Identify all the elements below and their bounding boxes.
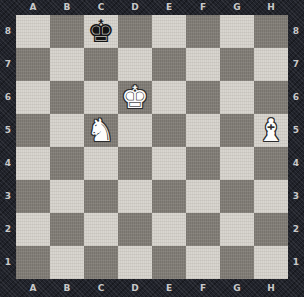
file-label-bottom-e: E bbox=[152, 279, 186, 297]
square-a5[interactable] bbox=[16, 114, 50, 147]
square-f2[interactable] bbox=[186, 213, 220, 246]
square-d7[interactable] bbox=[118, 48, 152, 81]
square-h7[interactable] bbox=[254, 48, 288, 81]
square-c8[interactable]: ♚ bbox=[84, 15, 118, 48]
square-c4[interactable] bbox=[84, 147, 118, 180]
square-h8[interactable] bbox=[254, 15, 288, 48]
square-d1[interactable] bbox=[118, 246, 152, 279]
chess-diagram: ♚♚♞♝ AABBCCDDEEFFGGHH8877665544332211 bbox=[0, 0, 304, 297]
square-f7[interactable] bbox=[186, 48, 220, 81]
square-b1[interactable] bbox=[50, 246, 84, 279]
square-c3[interactable] bbox=[84, 180, 118, 213]
square-g3[interactable] bbox=[220, 180, 254, 213]
rank-label-left-6: 6 bbox=[0, 81, 16, 114]
square-g4[interactable] bbox=[220, 147, 254, 180]
square-c7[interactable] bbox=[84, 48, 118, 81]
square-c6[interactable] bbox=[84, 81, 118, 114]
chess-board: ♚♚♞♝ bbox=[16, 15, 288, 279]
rank-label-right-5: 5 bbox=[288, 114, 304, 147]
square-d3[interactable] bbox=[118, 180, 152, 213]
file-label-bottom-g: G bbox=[220, 279, 254, 297]
black-king[interactable]: ♚ bbox=[84, 15, 118, 48]
square-e2[interactable] bbox=[152, 213, 186, 246]
square-g6[interactable] bbox=[220, 81, 254, 114]
square-f6[interactable] bbox=[186, 81, 220, 114]
square-e1[interactable] bbox=[152, 246, 186, 279]
rank-label-left-5: 5 bbox=[0, 114, 16, 147]
rank-label-left-4: 4 bbox=[0, 147, 16, 180]
file-label-bottom-c: C bbox=[84, 279, 118, 297]
square-c2[interactable] bbox=[84, 213, 118, 246]
rank-label-right-4: 4 bbox=[288, 147, 304, 180]
square-g7[interactable] bbox=[220, 48, 254, 81]
file-label-top-e: E bbox=[152, 0, 186, 15]
square-h3[interactable] bbox=[254, 180, 288, 213]
square-a7[interactable] bbox=[16, 48, 50, 81]
square-b3[interactable] bbox=[50, 180, 84, 213]
square-c5[interactable]: ♞ bbox=[84, 114, 118, 147]
file-label-top-c: C bbox=[84, 0, 118, 15]
rank-label-left-7: 7 bbox=[0, 48, 16, 81]
rank-label-left-2: 2 bbox=[0, 213, 16, 246]
square-e3[interactable] bbox=[152, 180, 186, 213]
white-knight[interactable]: ♞ bbox=[84, 114, 118, 147]
file-label-top-h: H bbox=[254, 0, 288, 15]
square-e6[interactable] bbox=[152, 81, 186, 114]
rank-label-right-8: 8 bbox=[288, 15, 304, 48]
square-h2[interactable] bbox=[254, 213, 288, 246]
square-g2[interactable] bbox=[220, 213, 254, 246]
square-b2[interactable] bbox=[50, 213, 84, 246]
square-h5[interactable]: ♝ bbox=[254, 114, 288, 147]
square-g1[interactable] bbox=[220, 246, 254, 279]
file-label-top-b: B bbox=[50, 0, 84, 15]
square-b5[interactable] bbox=[50, 114, 84, 147]
file-label-top-d: D bbox=[118, 0, 152, 15]
rank-label-right-7: 7 bbox=[288, 48, 304, 81]
square-b8[interactable] bbox=[50, 15, 84, 48]
square-a1[interactable] bbox=[16, 246, 50, 279]
square-a6[interactable] bbox=[16, 81, 50, 114]
rank-label-left-1: 1 bbox=[0, 246, 16, 279]
white-bishop[interactable]: ♝ bbox=[254, 114, 288, 147]
square-f8[interactable] bbox=[186, 15, 220, 48]
rank-label-left-3: 3 bbox=[0, 180, 16, 213]
square-b4[interactable] bbox=[50, 147, 84, 180]
rank-label-right-3: 3 bbox=[288, 180, 304, 213]
square-f4[interactable] bbox=[186, 147, 220, 180]
square-d6[interactable]: ♚ bbox=[118, 81, 152, 114]
square-h1[interactable] bbox=[254, 246, 288, 279]
rank-label-right-2: 2 bbox=[288, 213, 304, 246]
square-h4[interactable] bbox=[254, 147, 288, 180]
square-d2[interactable] bbox=[118, 213, 152, 246]
square-e7[interactable] bbox=[152, 48, 186, 81]
square-g8[interactable] bbox=[220, 15, 254, 48]
square-f5[interactable] bbox=[186, 114, 220, 147]
square-e8[interactable] bbox=[152, 15, 186, 48]
square-a3[interactable] bbox=[16, 180, 50, 213]
square-b7[interactable] bbox=[50, 48, 84, 81]
square-f1[interactable] bbox=[186, 246, 220, 279]
rank-label-right-1: 1 bbox=[288, 246, 304, 279]
file-label-top-a: A bbox=[16, 0, 50, 15]
file-label-top-g: G bbox=[220, 0, 254, 15]
square-h6[interactable] bbox=[254, 81, 288, 114]
rank-label-left-8: 8 bbox=[0, 15, 16, 48]
square-f3[interactable] bbox=[186, 180, 220, 213]
file-label-bottom-d: D bbox=[118, 279, 152, 297]
file-label-top-f: F bbox=[186, 0, 220, 15]
square-a8[interactable] bbox=[16, 15, 50, 48]
white-king[interactable]: ♚ bbox=[118, 81, 152, 114]
file-label-bottom-h: H bbox=[254, 279, 288, 297]
square-a4[interactable] bbox=[16, 147, 50, 180]
file-label-bottom-f: F bbox=[186, 279, 220, 297]
square-d4[interactable] bbox=[118, 147, 152, 180]
square-c1[interactable] bbox=[84, 246, 118, 279]
square-d5[interactable] bbox=[118, 114, 152, 147]
square-g5[interactable] bbox=[220, 114, 254, 147]
rank-label-right-6: 6 bbox=[288, 81, 304, 114]
file-label-bottom-a: A bbox=[16, 279, 50, 297]
square-a2[interactable] bbox=[16, 213, 50, 246]
square-b6[interactable] bbox=[50, 81, 84, 114]
square-e5[interactable] bbox=[152, 114, 186, 147]
file-label-bottom-b: B bbox=[50, 279, 84, 297]
square-d8[interactable] bbox=[118, 15, 152, 48]
square-e4[interactable] bbox=[152, 147, 186, 180]
